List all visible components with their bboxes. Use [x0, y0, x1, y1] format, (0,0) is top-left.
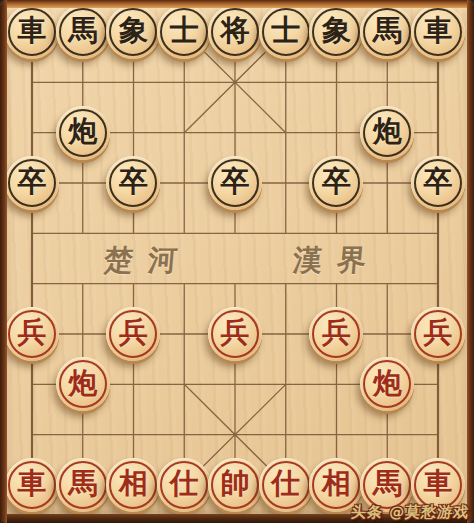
piece-red-chariot[interactable]: 車: [5, 458, 59, 512]
piece-character: 仕: [170, 469, 199, 498]
piece-character: 士: [271, 16, 300, 45]
piece-character: 将: [220, 16, 249, 45]
piece-character: 車: [423, 469, 452, 498]
piece-character: 炮: [68, 369, 97, 398]
piece-red-advisor[interactable]: 仕: [259, 458, 313, 512]
board-frame-top: [0, 0, 474, 8]
piece-red-soldier[interactable]: 兵: [106, 307, 160, 361]
piece-character: 炮: [68, 117, 97, 146]
watermark: 头条 @莫愁游戏: [350, 503, 470, 522]
piece-character: 馬: [373, 469, 402, 498]
piece-character: 仕: [271, 469, 300, 498]
piece-character: 卒: [220, 167, 249, 196]
piece-character: 卒: [119, 167, 148, 196]
piece-black-elephant[interactable]: 象: [309, 5, 363, 59]
piece-black-chariot[interactable]: 車: [411, 5, 465, 59]
piece-character: 相: [119, 469, 148, 498]
piece-character: 卒: [322, 167, 351, 196]
piece-red-soldier[interactable]: 兵: [5, 307, 59, 361]
piece-red-soldier[interactable]: 兵: [309, 307, 363, 361]
piece-red-general[interactable]: 帥: [208, 458, 262, 512]
piece-red-soldier[interactable]: 兵: [411, 307, 465, 361]
piece-red-soldier[interactable]: 兵: [208, 307, 262, 361]
piece-black-soldier[interactable]: 卒: [309, 156, 363, 210]
piece-character: 車: [423, 16, 452, 45]
piece-black-horse[interactable]: 馬: [56, 5, 110, 59]
piece-black-elephant[interactable]: 象: [106, 5, 160, 59]
piece-character: 馬: [373, 16, 402, 45]
piece-black-advisor[interactable]: 士: [259, 5, 313, 59]
piece-character: 馬: [68, 469, 97, 498]
piece-character: 馬: [68, 16, 97, 45]
piece-black-chariot[interactable]: 車: [5, 5, 59, 59]
piece-character: 象: [119, 16, 148, 45]
piece-character: 兵: [119, 318, 148, 347]
piece-red-cannon[interactable]: 炮: [56, 357, 110, 411]
piece-character: 兵: [423, 318, 452, 347]
piece-character: 相: [322, 469, 351, 498]
piece-red-advisor[interactable]: 仕: [157, 458, 211, 512]
piece-red-cannon[interactable]: 炮: [360, 357, 414, 411]
piece-red-elephant[interactable]: 相: [106, 458, 160, 512]
piece-red-horse[interactable]: 馬: [56, 458, 110, 512]
piece-character: 兵: [17, 318, 46, 347]
piece-character: 炮: [373, 117, 402, 146]
piece-character: 兵: [220, 318, 249, 347]
piece-character: 炮: [373, 369, 402, 398]
piece-black-soldier[interactable]: 卒: [5, 156, 59, 210]
piece-black-soldier[interactable]: 卒: [208, 156, 262, 210]
xiangqi-board: 楚河 漢界 車馬象士将士象馬車炮炮卒卒卒卒卒兵兵兵兵兵炮炮車馬相仕帥仕相馬車 头…: [0, 0, 474, 523]
piece-black-advisor[interactable]: 士: [157, 5, 211, 59]
piece-character: 帥: [220, 469, 249, 498]
piece-character: 士: [170, 16, 199, 45]
piece-character: 卒: [423, 167, 452, 196]
piece-black-soldier[interactable]: 卒: [106, 156, 160, 210]
board-frame-right: [467, 0, 474, 523]
piece-character: 兵: [322, 318, 351, 347]
pieces-layer: 車馬象士将士象馬車炮炮卒卒卒卒卒兵兵兵兵兵炮炮車馬相仕帥仕相馬車: [7, 7, 464, 510]
piece-character: 象: [322, 16, 351, 45]
piece-black-cannon[interactable]: 炮: [360, 106, 414, 160]
piece-black-horse[interactable]: 馬: [360, 5, 414, 59]
piece-black-general[interactable]: 将: [208, 5, 262, 59]
piece-black-soldier[interactable]: 卒: [411, 156, 465, 210]
piece-character: 車: [17, 469, 46, 498]
piece-character: 卒: [17, 167, 46, 196]
piece-black-cannon[interactable]: 炮: [56, 106, 110, 160]
board-frame-left: [0, 0, 7, 523]
piece-character: 車: [17, 16, 46, 45]
